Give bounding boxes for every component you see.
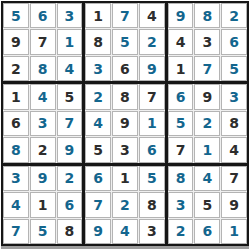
sudoku-cell-r9c3[interactable]: 8 [57, 219, 83, 244]
sudoku-box: 847359261 [168, 166, 247, 244]
sudoku-cell-r9c7[interactable]: 2 [168, 219, 194, 244]
sudoku-cell-r2c9[interactable]: 6 [221, 29, 247, 54]
sudoku-cell-r8c4[interactable]: 7 [85, 192, 111, 217]
sudoku-cell-r2c7[interactable]: 4 [168, 29, 194, 54]
sudoku-cell-r4c7[interactable]: 6 [168, 84, 194, 109]
sudoku-cell-r6c5[interactable]: 3 [112, 137, 138, 162]
sudoku-cell-r5c1[interactable]: 6 [3, 111, 29, 136]
sudoku-cell-r9c9[interactable]: 1 [221, 219, 247, 244]
sudoku-cell-r7c4[interactable]: 6 [85, 166, 111, 191]
sudoku-cell-r2c3[interactable]: 1 [57, 29, 83, 54]
sudoku-cell-r1c2[interactable]: 6 [30, 3, 56, 28]
sudoku-cell-r2c1[interactable]: 9 [3, 29, 29, 54]
sudoku-cell-r1c3[interactable]: 3 [57, 3, 83, 28]
sudoku-cell-r2c2[interactable]: 7 [30, 29, 56, 54]
sudoku-cell-r3c7[interactable]: 1 [168, 56, 194, 81]
sudoku-cell-r1c9[interactable]: 2 [221, 3, 247, 28]
sudoku-cell-r8c6[interactable]: 8 [139, 192, 165, 217]
sudoku-cell-r6c7[interactable]: 7 [168, 137, 194, 162]
sudoku-cell-r7c5[interactable]: 1 [112, 166, 138, 191]
sudoku-cell-r3c4[interactable]: 3 [85, 56, 111, 81]
sudoku-cell-r7c1[interactable]: 3 [3, 166, 29, 191]
sudoku-cell-r4c5[interactable]: 8 [112, 84, 138, 109]
sudoku-cell-r1c1[interactable]: 5 [3, 3, 29, 28]
sudoku-page: 5639712841748523699824361751456378292874… [0, 0, 250, 250]
sudoku-cell-r3c5[interactable]: 6 [112, 56, 138, 81]
sudoku-cell-r7c7[interactable]: 8 [168, 166, 194, 191]
sudoku-cell-r3c3[interactable]: 4 [57, 56, 83, 81]
sudoku-cell-r8c2[interactable]: 1 [30, 192, 56, 217]
sudoku-cell-r5c6[interactable]: 1 [139, 111, 165, 136]
sudoku-cell-r4c2[interactable]: 4 [30, 84, 56, 109]
sudoku-board: 5639712841748523699824361751456378292874… [1, 1, 249, 246]
sudoku-cell-r5c4[interactable]: 4 [85, 111, 111, 136]
sudoku-cell-r9c4[interactable]: 9 [85, 219, 111, 244]
sudoku-box: 615728943 [85, 166, 164, 244]
sudoku-cell-r1c5[interactable]: 7 [112, 3, 138, 28]
sudoku-cell-r1c8[interactable]: 8 [194, 3, 220, 28]
sudoku-cell-r3c9[interactable]: 5 [221, 56, 247, 81]
sudoku-cell-r8c3[interactable]: 6 [57, 192, 83, 217]
sudoku-cell-r6c8[interactable]: 1 [194, 137, 220, 162]
sudoku-cell-r3c1[interactable]: 2 [3, 56, 29, 81]
sudoku-cell-r6c3[interactable]: 9 [57, 137, 83, 162]
sudoku-cell-r2c6[interactable]: 2 [139, 29, 165, 54]
sudoku-cell-r2c8[interactable]: 3 [194, 29, 220, 54]
sudoku-box: 174852369 [85, 3, 164, 81]
sudoku-cell-r4c9[interactable]: 3 [221, 84, 247, 109]
sudoku-cell-r9c5[interactable]: 4 [112, 219, 138, 244]
sudoku-cell-r7c3[interactable]: 2 [57, 166, 83, 191]
sudoku-cell-r9c6[interactable]: 3 [139, 219, 165, 244]
sudoku-cell-r8c7[interactable]: 3 [168, 192, 194, 217]
sudoku-cell-r5c7[interactable]: 5 [168, 111, 194, 136]
sudoku-cell-r4c8[interactable]: 9 [194, 84, 220, 109]
sudoku-cell-r1c6[interactable]: 4 [139, 3, 165, 28]
sudoku-cell-r7c6[interactable]: 5 [139, 166, 165, 191]
sudoku-cell-r7c8[interactable]: 4 [194, 166, 220, 191]
sudoku-cell-r9c8[interactable]: 6 [194, 219, 220, 244]
sudoku-cell-r1c7[interactable]: 9 [168, 3, 194, 28]
sudoku-cell-r6c4[interactable]: 5 [85, 137, 111, 162]
sudoku-cell-r8c5[interactable]: 2 [112, 192, 138, 217]
sudoku-cell-r6c1[interactable]: 8 [3, 137, 29, 162]
sudoku-cell-r9c2[interactable]: 5 [30, 219, 56, 244]
sudoku-cell-r4c3[interactable]: 5 [57, 84, 83, 109]
sudoku-cell-r6c6[interactable]: 6 [139, 137, 165, 162]
sudoku-box: 982436175 [168, 3, 247, 81]
sudoku-cell-r5c9[interactable]: 8 [221, 111, 247, 136]
sudoku-cell-r8c1[interactable]: 4 [3, 192, 29, 217]
sudoku-box: 693528714 [168, 84, 247, 162]
sudoku-cell-r3c6[interactable]: 9 [139, 56, 165, 81]
sudoku-cell-r2c4[interactable]: 8 [85, 29, 111, 54]
sudoku-cell-r4c1[interactable]: 1 [3, 84, 29, 109]
sudoku-cell-r4c4[interactable]: 2 [85, 84, 111, 109]
sudoku-cell-r6c9[interactable]: 4 [221, 137, 247, 162]
sudoku-cell-r3c8[interactable]: 7 [194, 56, 220, 81]
sudoku-cell-r4c6[interactable]: 7 [139, 84, 165, 109]
sudoku-cell-r1c4[interactable]: 1 [85, 3, 111, 28]
sudoku-cell-r6c2[interactable]: 2 [30, 137, 56, 162]
sudoku-cell-r2c5[interactable]: 5 [112, 29, 138, 54]
sudoku-cell-r5c8[interactable]: 2 [194, 111, 220, 136]
sudoku-box: 287491536 [85, 84, 164, 162]
sudoku-cell-r5c5[interactable]: 9 [112, 111, 138, 136]
sudoku-cell-r8c9[interactable]: 9 [221, 192, 247, 217]
sudoku-box: 392416758 [3, 166, 82, 244]
sudoku-cell-r8c8[interactable]: 5 [194, 192, 220, 217]
sudoku-cell-r5c3[interactable]: 7 [57, 111, 83, 136]
sudoku-cell-r9c1[interactable]: 7 [3, 219, 29, 244]
sudoku-box: 145637829 [3, 84, 82, 162]
sudoku-box: 563971284 [3, 3, 82, 81]
sudoku-cell-r5c2[interactable]: 3 [30, 111, 56, 136]
sudoku-cell-r7c9[interactable]: 7 [221, 166, 247, 191]
sudoku-cell-r3c2[interactable]: 8 [30, 56, 56, 81]
sudoku-cell-r7c2[interactable]: 9 [30, 166, 56, 191]
